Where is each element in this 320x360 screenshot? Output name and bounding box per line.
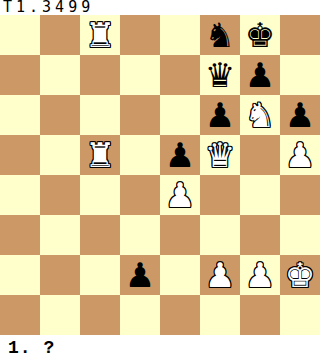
square-a2[interactable] — [0, 255, 40, 295]
piece-white-pawn-e4[interactable]: ♟ — [165, 178, 195, 212]
square-d1[interactable] — [120, 295, 160, 335]
piece-white-pawn-g2[interactable]: ♟ — [245, 258, 275, 292]
piece-white-rook-c5[interactable]: ♜ — [85, 138, 115, 172]
square-e8[interactable] — [160, 15, 200, 55]
piece-black-king-g8[interactable]: ♚ — [245, 18, 275, 52]
square-c5[interactable]: ♜ — [80, 135, 120, 175]
square-e1[interactable] — [160, 295, 200, 335]
piece-black-knight-f8[interactable]: ♞ — [205, 18, 235, 52]
piece-white-pawn-h5[interactable]: ♟ — [285, 138, 315, 172]
square-f8[interactable]: ♞ — [200, 15, 240, 55]
puzzle-id-label: T1.3499 — [0, 0, 320, 15]
piece-white-queen-f5[interactable]: ♛ — [205, 138, 235, 172]
square-d7[interactable] — [120, 55, 160, 95]
square-d4[interactable] — [120, 175, 160, 215]
square-d3[interactable] — [120, 215, 160, 255]
square-g5[interactable] — [240, 135, 280, 175]
piece-black-pawn-e5[interactable]: ♟ — [165, 138, 195, 172]
square-c8[interactable]: ♜ — [80, 15, 120, 55]
square-h8[interactable] — [280, 15, 320, 55]
square-h4[interactable] — [280, 175, 320, 215]
square-d6[interactable] — [120, 95, 160, 135]
piece-black-pawn-h6[interactable]: ♟ — [285, 98, 315, 132]
piece-black-pawn-d2[interactable]: ♟ — [125, 258, 155, 292]
square-g1[interactable] — [240, 295, 280, 335]
square-g7[interactable]: ♟ — [240, 55, 280, 95]
square-f1[interactable] — [200, 295, 240, 335]
square-b8[interactable] — [40, 15, 80, 55]
piece-black-queen-f7[interactable]: ♛ — [205, 58, 235, 92]
square-c4[interactable] — [80, 175, 120, 215]
piece-white-knight-g6[interactable]: ♞ — [245, 98, 275, 132]
square-g8[interactable]: ♚ — [240, 15, 280, 55]
square-h1[interactable] — [280, 295, 320, 335]
square-f3[interactable] — [200, 215, 240, 255]
square-c1[interactable] — [80, 295, 120, 335]
square-b3[interactable] — [40, 215, 80, 255]
piece-white-pawn-f2[interactable]: ♟ — [205, 258, 235, 292]
square-b5[interactable] — [40, 135, 80, 175]
square-h3[interactable] — [280, 215, 320, 255]
square-a1[interactable] — [0, 295, 40, 335]
square-b6[interactable] — [40, 95, 80, 135]
square-b4[interactable] — [40, 175, 80, 215]
square-g4[interactable] — [240, 175, 280, 215]
square-f4[interactable] — [200, 175, 240, 215]
square-f5[interactable]: ♛ — [200, 135, 240, 175]
square-a8[interactable] — [0, 15, 40, 55]
square-e7[interactable] — [160, 55, 200, 95]
square-c3[interactable] — [80, 215, 120, 255]
square-h2[interactable]: ♚ — [280, 255, 320, 295]
square-b2[interactable] — [40, 255, 80, 295]
square-a7[interactable] — [0, 55, 40, 95]
square-d8[interactable] — [120, 15, 160, 55]
piece-black-pawn-g7[interactable]: ♟ — [245, 58, 275, 92]
square-g2[interactable]: ♟ — [240, 255, 280, 295]
square-a5[interactable] — [0, 135, 40, 175]
square-c6[interactable] — [80, 95, 120, 135]
chess-board: ♜♞♚♛♟♟♞♟♜♟♛♟♟♟♟♟♚ — [0, 15, 320, 335]
move-prompt: 1. ? — [0, 335, 320, 360]
square-g6[interactable]: ♞ — [240, 95, 280, 135]
square-e2[interactable] — [160, 255, 200, 295]
square-b7[interactable] — [40, 55, 80, 95]
square-a6[interactable] — [0, 95, 40, 135]
square-c7[interactable] — [80, 55, 120, 95]
square-e6[interactable] — [160, 95, 200, 135]
square-c2[interactable] — [80, 255, 120, 295]
square-f6[interactable]: ♟ — [200, 95, 240, 135]
square-e5[interactable]: ♟ — [160, 135, 200, 175]
square-a4[interactable] — [0, 175, 40, 215]
piece-white-rook-c8[interactable]: ♜ — [85, 18, 115, 52]
square-h5[interactable]: ♟ — [280, 135, 320, 175]
square-e4[interactable]: ♟ — [160, 175, 200, 215]
square-g3[interactable] — [240, 215, 280, 255]
square-h6[interactable]: ♟ — [280, 95, 320, 135]
square-f2[interactable]: ♟ — [200, 255, 240, 295]
square-d2[interactable]: ♟ — [120, 255, 160, 295]
piece-black-pawn-f6[interactable]: ♟ — [205, 98, 235, 132]
square-d5[interactable] — [120, 135, 160, 175]
square-f7[interactable]: ♛ — [200, 55, 240, 95]
piece-white-king-h2[interactable]: ♚ — [285, 258, 315, 292]
square-a3[interactable] — [0, 215, 40, 255]
square-h7[interactable] — [280, 55, 320, 95]
square-b1[interactable] — [40, 295, 80, 335]
square-e3[interactable] — [160, 215, 200, 255]
